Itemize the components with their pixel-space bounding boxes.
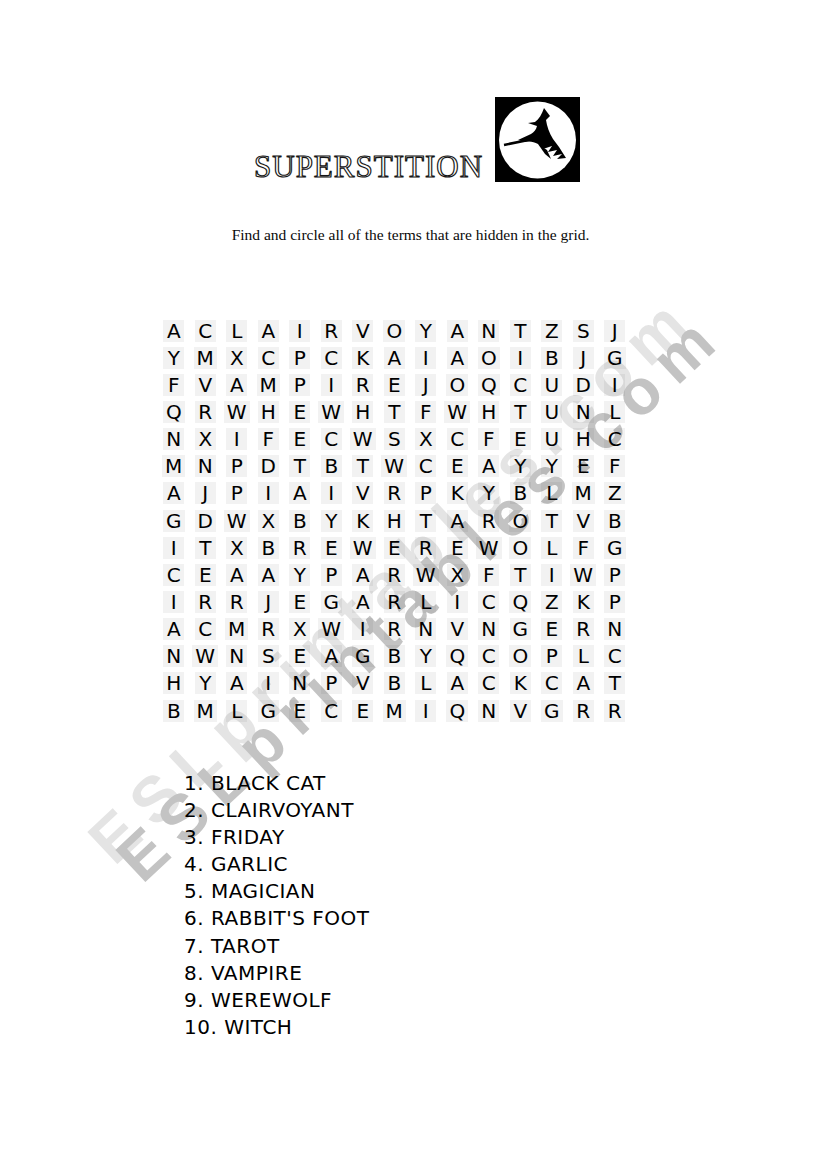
grid-cell: J bbox=[190, 480, 222, 507]
grid-cell: R bbox=[253, 616, 285, 643]
grid-letter: S bbox=[573, 320, 594, 342]
word-list-item: 9. WEREWOLF bbox=[184, 987, 370, 1014]
grid-letter: U bbox=[541, 401, 562, 423]
grid-letter: R bbox=[415, 537, 436, 559]
grid-cell: E bbox=[442, 534, 474, 561]
grid-letter: L bbox=[415, 672, 436, 694]
grid-letter: L bbox=[541, 537, 562, 559]
grid-cell: D bbox=[253, 453, 285, 480]
grid-letter: C bbox=[510, 374, 531, 396]
grid-cell: A bbox=[158, 616, 190, 643]
grid-cell: J bbox=[599, 317, 631, 344]
grid-letter: H bbox=[163, 672, 184, 694]
grid-cell: Z bbox=[599, 480, 631, 507]
grid-letter: V bbox=[352, 672, 373, 694]
grid-cell: E bbox=[347, 697, 379, 724]
grid-letter: Y bbox=[541, 455, 562, 477]
grid-cell: C bbox=[316, 426, 348, 453]
grid-cell: P bbox=[599, 561, 631, 588]
grid-letter: Y bbox=[289, 564, 310, 586]
grid-letter: S bbox=[384, 428, 405, 450]
grid-cell: G bbox=[158, 507, 190, 534]
grid-cell: Y bbox=[505, 453, 537, 480]
grid-cell: V bbox=[190, 371, 222, 398]
grid-letter: K bbox=[352, 510, 373, 532]
grid-letter: M bbox=[194, 347, 217, 369]
grid-cell: A bbox=[316, 643, 348, 670]
grid-letter: J bbox=[415, 374, 436, 396]
grid-cell: C bbox=[316, 697, 348, 724]
grid-cell: R bbox=[284, 534, 316, 561]
grid-cell: H bbox=[158, 670, 190, 697]
grid-cell: B bbox=[505, 480, 537, 507]
grid-cell: A bbox=[158, 480, 190, 507]
grid-letter: W bbox=[318, 401, 344, 423]
grid-cell: C bbox=[190, 616, 222, 643]
grid-letter: E bbox=[289, 591, 310, 613]
grid-letter: B bbox=[258, 537, 279, 559]
word-list-item: 7. TAROT bbox=[184, 933, 370, 960]
grid-cell: J bbox=[410, 371, 442, 398]
grid-cell: I bbox=[536, 561, 568, 588]
grid-letter: C bbox=[258, 347, 279, 369]
grid-cell: A bbox=[379, 344, 411, 371]
grid-letter: Z bbox=[541, 320, 562, 342]
grid-letter: M bbox=[194, 700, 217, 722]
grid-cell: A bbox=[473, 453, 505, 480]
grid-letter: L bbox=[226, 700, 247, 722]
grid-cell: R bbox=[316, 317, 348, 344]
grid-cell: I bbox=[442, 588, 474, 615]
grid-letter: A bbox=[384, 347, 405, 369]
grid-cell: P bbox=[536, 643, 568, 670]
grid-cell: P bbox=[284, 344, 316, 371]
grid-letter: C bbox=[604, 645, 625, 667]
grid-letter: G bbox=[258, 700, 280, 722]
grid-cell: A bbox=[221, 670, 253, 697]
grid-letter: Y bbox=[195, 672, 216, 694]
grid-letter: O bbox=[509, 537, 531, 559]
grid-cell: C bbox=[442, 426, 474, 453]
word-search-grid: ACLAIRVOYANTZSJYMXCPCKAIAOIBJGFVAMPIREJO… bbox=[158, 317, 631, 724]
grid-cell: S bbox=[568, 317, 600, 344]
grid-letter: E bbox=[289, 645, 310, 667]
grid-letter: N bbox=[163, 428, 184, 450]
grid-cell: H bbox=[568, 426, 600, 453]
grid-letter: L bbox=[226, 320, 247, 342]
grid-cell: A bbox=[253, 317, 285, 344]
grid-letter: F bbox=[258, 428, 279, 450]
grid-letter: G bbox=[604, 537, 626, 559]
grid-letter: I bbox=[447, 591, 468, 613]
grid-letter: A bbox=[352, 564, 373, 586]
grid-cell: J bbox=[568, 344, 600, 371]
grid-letter: V bbox=[510, 700, 531, 722]
grid-cell: T bbox=[410, 507, 442, 534]
grid-cell: Y bbox=[316, 507, 348, 534]
grid-cell: L bbox=[410, 588, 442, 615]
grid-cell: P bbox=[284, 371, 316, 398]
grid-letter: T bbox=[510, 320, 531, 342]
grid-cell: B bbox=[599, 507, 631, 534]
grid-cell: O bbox=[442, 371, 474, 398]
grid-letter: Y bbox=[478, 482, 499, 504]
grid-letter: E bbox=[289, 401, 310, 423]
grid-cell: C bbox=[158, 561, 190, 588]
grid-cell: F bbox=[473, 426, 505, 453]
grid-letter: R bbox=[195, 591, 216, 613]
grid-cell: C bbox=[473, 670, 505, 697]
grid-letter: P bbox=[226, 482, 247, 504]
grid-letter: C bbox=[478, 645, 499, 667]
grid-letter: P bbox=[604, 564, 625, 586]
grid-letter: Z bbox=[541, 591, 562, 613]
grid-letter: A bbox=[447, 510, 468, 532]
grid-letter: I bbox=[415, 347, 436, 369]
grid-cell: A bbox=[347, 588, 379, 615]
grid-cell: W bbox=[568, 561, 600, 588]
word-list-item: 4. GARLIC bbox=[184, 851, 370, 878]
grid-cell: V bbox=[347, 670, 379, 697]
grid-cell: P bbox=[221, 453, 253, 480]
grid-cell: A bbox=[568, 670, 600, 697]
worksheet-page: ESLprintables.com ESLprintables.com SUPE… bbox=[0, 0, 821, 1169]
grid-letter: N bbox=[195, 455, 216, 477]
grid-cell: W bbox=[473, 534, 505, 561]
grid-cell: R bbox=[599, 697, 631, 724]
grid-cell: Z bbox=[536, 588, 568, 615]
grid-letter: C bbox=[478, 672, 499, 694]
grid-letter: C bbox=[321, 700, 342, 722]
grid-letter: X bbox=[226, 347, 247, 369]
grid-letter: H bbox=[384, 510, 405, 532]
grid-letter: B bbox=[541, 347, 562, 369]
grid-letter: U bbox=[541, 374, 562, 396]
grid-letter: P bbox=[604, 591, 625, 613]
grid-letter: P bbox=[289, 347, 310, 369]
grid-letter: F bbox=[604, 455, 625, 477]
grid-letter: E bbox=[289, 428, 310, 450]
grid-cell: B bbox=[158, 697, 190, 724]
grid-letter: V bbox=[352, 320, 373, 342]
grid-letter: N bbox=[478, 700, 499, 722]
word-list-item: 1. BLACK CAT bbox=[184, 770, 370, 797]
grid-letter: A bbox=[447, 320, 468, 342]
grid-letter: R bbox=[573, 700, 594, 722]
grid-letter: Y bbox=[415, 320, 436, 342]
grid-cell: V bbox=[568, 507, 600, 534]
grid-letter: A bbox=[226, 672, 247, 694]
grid-cell: O bbox=[505, 507, 537, 534]
grid-letter: G bbox=[352, 645, 374, 667]
grid-cell: X bbox=[190, 426, 222, 453]
grid-cell: C bbox=[410, 453, 442, 480]
word-list-item: 3. FRIDAY bbox=[184, 824, 370, 851]
grid-letter: X bbox=[226, 537, 247, 559]
grid-letter: A bbox=[226, 564, 247, 586]
grid-cell: E bbox=[284, 643, 316, 670]
grid-letter: X bbox=[258, 510, 279, 532]
grid-letter: W bbox=[381, 455, 407, 477]
grid-letter: I bbox=[163, 591, 184, 613]
grid-letter: I bbox=[321, 374, 342, 396]
grid-cell: Z bbox=[536, 317, 568, 344]
grid-letter: E bbox=[352, 700, 373, 722]
grid-letter: X bbox=[447, 564, 468, 586]
grid-cell: U bbox=[536, 398, 568, 425]
grid-letter: A bbox=[478, 455, 499, 477]
grid-letter: E bbox=[384, 537, 405, 559]
grid-letter: N bbox=[478, 320, 499, 342]
grid-letter: A bbox=[573, 672, 594, 694]
grid-cell: B bbox=[284, 507, 316, 534]
grid-letter: K bbox=[510, 672, 531, 694]
grid-cell: B bbox=[379, 670, 411, 697]
grid-cell: W bbox=[442, 398, 474, 425]
grid-cell: E bbox=[568, 453, 600, 480]
grid-cell: L bbox=[536, 480, 568, 507]
grid-cell: R bbox=[379, 561, 411, 588]
grid-letter: I bbox=[289, 320, 310, 342]
grid-letter: X bbox=[289, 618, 310, 640]
grid-letter: C bbox=[321, 347, 342, 369]
grid-cell: R bbox=[473, 507, 505, 534]
grid-letter: Q bbox=[478, 374, 500, 396]
grid-letter: E bbox=[541, 618, 562, 640]
grid-letter: R bbox=[289, 537, 310, 559]
grid-letter: K bbox=[573, 591, 594, 613]
grid-letter: L bbox=[541, 482, 562, 504]
grid-cell: I bbox=[599, 371, 631, 398]
grid-letter: F bbox=[163, 374, 184, 396]
grid-cell: E bbox=[379, 371, 411, 398]
grid-letter: I bbox=[163, 537, 184, 559]
grid-cell: Q bbox=[505, 588, 537, 615]
grid-cell: S bbox=[379, 426, 411, 453]
grid-cell: R bbox=[347, 371, 379, 398]
grid-cell: W bbox=[379, 453, 411, 480]
grid-cell: I bbox=[505, 344, 537, 371]
grid-cell: H bbox=[379, 507, 411, 534]
grid-cell: M bbox=[158, 453, 190, 480]
grid-cell: A bbox=[253, 561, 285, 588]
grid-letter: X bbox=[195, 428, 216, 450]
grid-cell: I bbox=[253, 670, 285, 697]
grid-letter: T bbox=[510, 401, 531, 423]
page-title: SUPERSTITION bbox=[254, 149, 483, 185]
grid-cell: N bbox=[221, 643, 253, 670]
grid-cell: T bbox=[284, 453, 316, 480]
grid-cell: F bbox=[473, 561, 505, 588]
grid-letter: N bbox=[415, 618, 436, 640]
grid-cell: Y bbox=[158, 344, 190, 371]
grid-letter: R bbox=[604, 700, 625, 722]
grid-cell: R bbox=[379, 616, 411, 643]
grid-cell: E bbox=[316, 534, 348, 561]
grid-letter: L bbox=[573, 645, 594, 667]
grid-letter: C bbox=[478, 591, 499, 613]
grid-letter: E bbox=[447, 537, 468, 559]
grid-letter: G bbox=[321, 591, 343, 613]
grid-letter: W bbox=[350, 428, 376, 450]
grid-cell: G bbox=[536, 697, 568, 724]
grid-letter: W bbox=[318, 618, 344, 640]
grid-cell: C bbox=[316, 344, 348, 371]
grid-cell: R bbox=[379, 480, 411, 507]
grid-letter: B bbox=[321, 455, 342, 477]
grid-letter: L bbox=[415, 591, 436, 613]
grid-cell: C bbox=[473, 588, 505, 615]
grid-cell: Q bbox=[158, 398, 190, 425]
grid-letter: A bbox=[226, 374, 247, 396]
grid-cell: P bbox=[316, 561, 348, 588]
grid-letter: V bbox=[573, 510, 594, 532]
grid-letter: N bbox=[478, 618, 499, 640]
grid-letter: A bbox=[163, 482, 184, 504]
grid-cell: P bbox=[221, 480, 253, 507]
grid-letter: B bbox=[163, 700, 184, 722]
grid-cell: A bbox=[284, 480, 316, 507]
grid-cell: G bbox=[253, 697, 285, 724]
word-list-item: 5. MAGICIAN bbox=[184, 878, 370, 905]
grid-cell: Y bbox=[410, 643, 442, 670]
grid-cell: V bbox=[347, 480, 379, 507]
grid-cell: X bbox=[284, 616, 316, 643]
grid-cell: L bbox=[221, 317, 253, 344]
grid-cell: C bbox=[253, 344, 285, 371]
grid-letter: T bbox=[289, 455, 310, 477]
grid-cell: N bbox=[284, 670, 316, 697]
grid-letter: I bbox=[321, 482, 342, 504]
grid-cell: B bbox=[253, 534, 285, 561]
grid-letter: R bbox=[195, 401, 216, 423]
grid-cell: K bbox=[347, 507, 379, 534]
grid-letter: O bbox=[509, 510, 531, 532]
grid-cell: N bbox=[473, 616, 505, 643]
grid-cell: E bbox=[442, 453, 474, 480]
grid-cell: F bbox=[568, 534, 600, 561]
grid-cell: I bbox=[347, 616, 379, 643]
grid-letter: C bbox=[541, 672, 562, 694]
grid-cell: L bbox=[221, 697, 253, 724]
grid-letter: H bbox=[478, 401, 499, 423]
grid-cell: T bbox=[379, 398, 411, 425]
grid-cell: Q bbox=[473, 371, 505, 398]
grid-letter: I bbox=[258, 482, 279, 504]
grid-letter: N bbox=[573, 401, 594, 423]
grid-cell: G bbox=[599, 534, 631, 561]
grid-letter: I bbox=[415, 700, 436, 722]
grid-cell: W bbox=[347, 426, 379, 453]
grid-cell: V bbox=[347, 317, 379, 344]
grid-letter: O bbox=[383, 320, 405, 342]
grid-cell: W bbox=[316, 616, 348, 643]
grid-letter: V bbox=[447, 618, 468, 640]
grid-cell: L bbox=[599, 398, 631, 425]
grid-cell: E bbox=[284, 398, 316, 425]
grid-cell: T bbox=[505, 398, 537, 425]
word-list-item: 6. RABBIT'S FOOT bbox=[184, 905, 370, 932]
grid-letter: S bbox=[258, 645, 279, 667]
grid-letter: P bbox=[289, 374, 310, 396]
grid-letter: G bbox=[604, 347, 626, 369]
grid-cell: R bbox=[190, 588, 222, 615]
grid-cell: M bbox=[190, 344, 222, 371]
grid-letter: Q bbox=[163, 401, 185, 423]
grid-cell: R bbox=[568, 616, 600, 643]
grid-letter: A bbox=[258, 320, 279, 342]
grid-letter: A bbox=[258, 564, 279, 586]
grid-cell: F bbox=[158, 371, 190, 398]
grid-letter: M bbox=[383, 700, 406, 722]
grid-letter: O bbox=[446, 374, 468, 396]
grid-cell: W bbox=[316, 398, 348, 425]
grid-letter: R bbox=[478, 510, 499, 532]
grid-letter: Q bbox=[446, 645, 468, 667]
grid-letter: I bbox=[510, 347, 531, 369]
grid-cell: K bbox=[568, 588, 600, 615]
grid-cell: A bbox=[347, 561, 379, 588]
grid-cell: H bbox=[347, 398, 379, 425]
grid-cell: N bbox=[410, 616, 442, 643]
grid-letter: R bbox=[384, 564, 405, 586]
grid-letter: A bbox=[352, 591, 373, 613]
grid-letter: B bbox=[289, 510, 310, 532]
grid-letter: B bbox=[384, 645, 405, 667]
grid-cell: K bbox=[347, 344, 379, 371]
grid-letter: C bbox=[163, 564, 184, 586]
grid-letter: F bbox=[478, 564, 499, 586]
witch-moon-icon bbox=[495, 97, 580, 182]
grid-cell: W bbox=[347, 534, 379, 561]
grid-letter: B bbox=[384, 672, 405, 694]
grid-letter: Y bbox=[415, 645, 436, 667]
grid-letter: Z bbox=[604, 482, 625, 504]
grid-cell: N bbox=[158, 426, 190, 453]
grid-cell: N bbox=[158, 643, 190, 670]
grid-cell: W bbox=[221, 398, 253, 425]
grid-cell: G bbox=[505, 616, 537, 643]
grid-letter: C bbox=[447, 428, 468, 450]
grid-letter: H bbox=[352, 401, 373, 423]
grid-letter: M bbox=[225, 618, 248, 640]
grid-cell: D bbox=[568, 371, 600, 398]
grid-cell: F bbox=[410, 398, 442, 425]
grid-letter: I bbox=[541, 564, 562, 586]
grid-letter: I bbox=[604, 374, 625, 396]
grid-cell: A bbox=[221, 371, 253, 398]
grid-letter: J bbox=[573, 347, 594, 369]
grid-letter: W bbox=[192, 645, 218, 667]
grid-cell: N bbox=[190, 453, 222, 480]
grid-letter: P bbox=[321, 564, 342, 586]
grid-cell: M bbox=[568, 480, 600, 507]
grid-letter: E bbox=[510, 428, 531, 450]
grid-letter: X bbox=[415, 428, 436, 450]
word-list-item: 2. CLAIRVOYANT bbox=[184, 797, 370, 824]
grid-cell: P bbox=[410, 480, 442, 507]
grid-letter: E bbox=[447, 455, 468, 477]
grid-cell: K bbox=[505, 670, 537, 697]
grid-cell: M bbox=[190, 697, 222, 724]
grid-letter: T bbox=[415, 510, 436, 532]
grid-cell: E bbox=[284, 426, 316, 453]
grid-cell: T bbox=[190, 534, 222, 561]
grid-letter: D bbox=[195, 510, 216, 532]
word-list-item: 10. WITCH bbox=[184, 1014, 370, 1041]
grid-cell: W bbox=[410, 561, 442, 588]
grid-cell: X bbox=[221, 344, 253, 371]
